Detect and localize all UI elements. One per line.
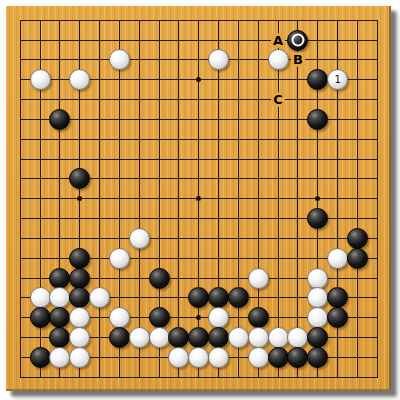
circle-mark-icon <box>291 34 304 47</box>
white-stone[interactable] <box>129 327 150 348</box>
black-stone[interactable] <box>188 327 209 348</box>
white-stone[interactable] <box>69 327 90 348</box>
black-stone[interactable] <box>248 307 269 328</box>
black-stone[interactable] <box>168 327 189 348</box>
white-stone[interactable] <box>69 307 90 328</box>
white-stone[interactable] <box>149 327 170 348</box>
black-stone[interactable] <box>149 307 170 328</box>
white-stone[interactable] <box>248 268 269 289</box>
white-stone[interactable] <box>69 347 90 368</box>
white-stone[interactable] <box>188 347 209 368</box>
go-board[interactable]: 1ABC <box>6 6 391 391</box>
black-stone[interactable] <box>307 109 328 130</box>
black-stone[interactable] <box>307 327 328 348</box>
black-stone[interactable] <box>69 268 90 289</box>
white-stone[interactable] <box>89 287 110 308</box>
black-stone[interactable] <box>268 347 289 368</box>
black-stone[interactable] <box>49 307 70 328</box>
black-stone[interactable] <box>188 287 209 308</box>
white-stone[interactable] <box>208 347 229 368</box>
point-label-B[interactable]: B <box>291 52 305 67</box>
black-stone[interactable] <box>69 287 90 308</box>
black-stone[interactable] <box>208 327 229 348</box>
white-stone[interactable] <box>228 327 249 348</box>
white-stone[interactable] <box>248 347 269 368</box>
white-stone[interactable] <box>49 287 70 308</box>
black-stone[interactable] <box>307 347 328 368</box>
white-stone[interactable] <box>287 327 308 348</box>
white-stone[interactable] <box>30 287 51 308</box>
numbered-white-stone[interactable]: 1 <box>327 69 348 90</box>
go-diagram-page: 1ABC <box>0 0 400 400</box>
white-stone[interactable] <box>129 228 150 249</box>
point-label-C[interactable]: C <box>271 92 285 107</box>
white-stone[interactable] <box>268 49 289 70</box>
white-stone[interactable] <box>109 307 130 328</box>
move-number-label: 1 <box>328 70 347 89</box>
black-stone[interactable] <box>287 347 308 368</box>
black-stone[interactable] <box>228 287 249 308</box>
white-stone[interactable] <box>307 287 328 308</box>
black-stone[interactable] <box>327 287 348 308</box>
black-stone[interactable] <box>347 228 368 249</box>
white-stone[interactable] <box>69 69 90 90</box>
black-stone[interactable] <box>69 168 90 189</box>
white-stone[interactable] <box>248 327 269 348</box>
black-stone[interactable] <box>208 287 229 308</box>
white-stone[interactable] <box>208 307 229 328</box>
board-grid: 1ABC <box>10 10 387 387</box>
black-stone[interactable] <box>49 109 70 130</box>
white-stone[interactable] <box>168 347 189 368</box>
white-stone[interactable] <box>307 268 328 289</box>
white-stone[interactable] <box>109 49 130 70</box>
black-stone[interactable] <box>30 307 51 328</box>
black-stone[interactable] <box>109 327 130 348</box>
white-stone[interactable] <box>49 347 70 368</box>
black-stone[interactable] <box>49 268 70 289</box>
white-stone[interactable] <box>268 327 289 348</box>
black-stone[interactable] <box>327 307 348 328</box>
white-stone[interactable] <box>307 307 328 328</box>
white-stone[interactable] <box>208 49 229 70</box>
black-stone[interactable] <box>347 248 368 269</box>
white-stone[interactable] <box>30 69 51 90</box>
black-stone[interactable] <box>307 69 328 90</box>
black-stone[interactable] <box>69 248 90 269</box>
black-stone[interactable] <box>307 208 328 229</box>
black-stone[interactable] <box>49 327 70 348</box>
marked-black-stone[interactable] <box>287 30 308 51</box>
white-stone[interactable] <box>109 248 130 269</box>
black-stone[interactable] <box>30 347 51 368</box>
white-stone[interactable] <box>327 248 348 269</box>
black-stone[interactable] <box>149 268 170 289</box>
point-label-A[interactable]: A <box>271 33 285 48</box>
